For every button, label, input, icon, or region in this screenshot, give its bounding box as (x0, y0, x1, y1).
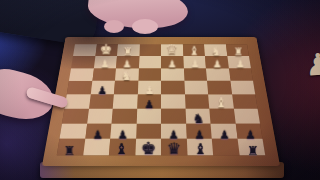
square-b7[interactable]: ♟ (211, 123, 238, 139)
white-rook-f1[interactable]: ♜ (123, 46, 133, 57)
white-bishop-b5[interactable]: ♝ (215, 96, 227, 110)
video-frame: ♚♜♛♝♞♜♟♟♟♟♟♟♞♟♟♟♝♞♟♟♟♟♟♟♜♝♚♛♝♜ ♟ (0, 0, 320, 180)
square-a8[interactable]: ♜ (237, 139, 265, 155)
square-g3[interactable] (92, 68, 116, 81)
square-f2[interactable]: ♟ (116, 56, 139, 68)
square-c5[interactable] (185, 94, 210, 108)
square-h2[interactable] (71, 56, 95, 68)
white-pawn-c2[interactable]: ♟ (190, 59, 199, 69)
square-g7[interactable]: ♟ (85, 123, 112, 139)
square-c8[interactable]: ♝ (186, 139, 213, 155)
black-pawn-f7[interactable]: ♟ (118, 129, 128, 141)
square-e6[interactable] (136, 109, 161, 124)
square-g5[interactable] (89, 94, 114, 108)
presenter-hand (86, 0, 190, 33)
white-knight-f3[interactable]: ♞ (121, 70, 132, 82)
square-e8[interactable]: ♚ (135, 139, 161, 155)
white-bishop-c1[interactable]: ♝ (188, 45, 199, 57)
pointing-hand (0, 64, 58, 126)
square-e1[interactable] (139, 44, 161, 56)
square-c6[interactable]: ♞ (185, 109, 210, 124)
square-d4[interactable] (161, 81, 185, 94)
square-b3[interactable] (206, 68, 230, 81)
square-g8[interactable] (83, 139, 110, 155)
square-d2[interactable]: ♟ (161, 56, 183, 68)
black-knight-c6[interactable]: ♞ (192, 112, 204, 125)
square-a5[interactable] (232, 94, 258, 108)
square-g6[interactable] (87, 109, 113, 124)
chess-board[interactable]: ♚♜♛♝♞♜♟♟♟♟♟♟♞♟♟♟♝♞♟♟♟♟♟♟♜♝♚♛♝♜ (42, 37, 280, 166)
square-c4[interactable] (184, 81, 208, 94)
black-pawn-e5[interactable]: ♟ (144, 99, 154, 110)
board-grid: ♚♜♛♝♞♜♟♟♟♟♟♟♞♟♟♟♝♞♟♟♟♟♟♟♜♝♚♛♝♜ (57, 44, 265, 155)
square-g4[interactable]: ♟ (90, 81, 115, 94)
square-f5[interactable] (113, 94, 138, 108)
white-pawn-f2[interactable]: ♟ (123, 59, 132, 69)
square-e3[interactable] (138, 68, 161, 81)
square-b8[interactable] (212, 139, 239, 155)
white-pawn-b2[interactable]: ♟ (213, 59, 222, 69)
square-d8[interactable]: ♛ (161, 139, 187, 155)
square-b2[interactable]: ♟ (205, 56, 228, 68)
square-c1[interactable]: ♝ (183, 44, 205, 56)
square-h8[interactable]: ♜ (57, 139, 85, 155)
square-f6[interactable] (111, 109, 136, 124)
square-h5[interactable] (64, 94, 90, 108)
white-pawn-g2[interactable]: ♟ (100, 59, 109, 69)
square-g2[interactable]: ♟ (94, 56, 117, 68)
black-pawn-c7[interactable]: ♟ (194, 129, 204, 141)
square-h7[interactable] (59, 123, 86, 139)
square-e5[interactable]: ♟ (137, 94, 161, 108)
presenter-finger (104, 20, 124, 33)
square-a3[interactable] (228, 68, 253, 81)
square-a1[interactable]: ♜ (226, 44, 249, 56)
square-c3[interactable] (183, 68, 207, 81)
square-a7[interactable]: ♟ (235, 123, 262, 139)
square-d1[interactable]: ♛ (161, 44, 183, 56)
square-e2[interactable] (139, 56, 161, 68)
black-pawn-b7[interactable]: ♟ (219, 129, 229, 141)
black-queen-d8[interactable]: ♛ (167, 141, 181, 157)
square-b4[interactable] (207, 81, 232, 94)
presenter-finger (132, 19, 158, 34)
black-rook-a8[interactable]: ♜ (247, 144, 258, 157)
square-e7[interactable] (136, 123, 161, 139)
square-f7[interactable]: ♟ (110, 123, 136, 139)
square-g1[interactable]: ♚ (95, 44, 118, 56)
square-a2[interactable]: ♟ (227, 56, 251, 68)
square-h4[interactable] (67, 81, 92, 94)
square-d3[interactable] (161, 68, 184, 81)
square-e4[interactable]: ♟ (137, 81, 161, 94)
white-pawn-d2[interactable]: ♟ (168, 59, 177, 69)
square-d6[interactable] (161, 109, 186, 124)
white-queen-d1[interactable]: ♛ (166, 44, 178, 57)
square-a4[interactable] (230, 81, 255, 94)
white-pawn-e4[interactable]: ♟ (144, 85, 154, 96)
square-f3[interactable]: ♞ (115, 68, 139, 81)
black-pawn-g4[interactable]: ♟ (97, 85, 107, 96)
square-f1[interactable]: ♜ (117, 44, 139, 56)
square-b6[interactable] (209, 109, 235, 124)
square-h6[interactable] (62, 109, 89, 124)
square-c2[interactable]: ♟ (183, 56, 206, 68)
square-a6[interactable] (233, 109, 260, 124)
square-b5[interactable]: ♝ (208, 94, 233, 108)
captured-white-pawn: ♟ (304, 47, 320, 82)
white-king-g1[interactable]: ♚ (100, 43, 113, 57)
square-d5[interactable] (161, 94, 185, 108)
white-rook-a1[interactable]: ♜ (233, 46, 243, 57)
black-bishop-f8[interactable]: ♝ (115, 142, 128, 157)
square-c7[interactable]: ♟ (186, 123, 212, 139)
square-h3[interactable] (69, 68, 94, 81)
square-f8[interactable]: ♝ (109, 139, 136, 155)
square-h1[interactable] (73, 44, 96, 56)
white-knight-b1[interactable]: ♞ (211, 45, 221, 57)
square-b1[interactable]: ♞ (204, 44, 227, 56)
black-rook-h8[interactable]: ♜ (64, 144, 75, 157)
square-f4[interactable] (114, 81, 138, 94)
black-pawn-g7[interactable]: ♟ (92, 129, 102, 141)
black-bishop-c8[interactable]: ♝ (194, 142, 207, 157)
square-d7[interactable]: ♟ (161, 123, 186, 139)
black-king-e8[interactable]: ♚ (140, 140, 155, 157)
black-pawn-a7[interactable]: ♟ (245, 129, 255, 141)
white-pawn-a2[interactable]: ♟ (235, 59, 244, 69)
